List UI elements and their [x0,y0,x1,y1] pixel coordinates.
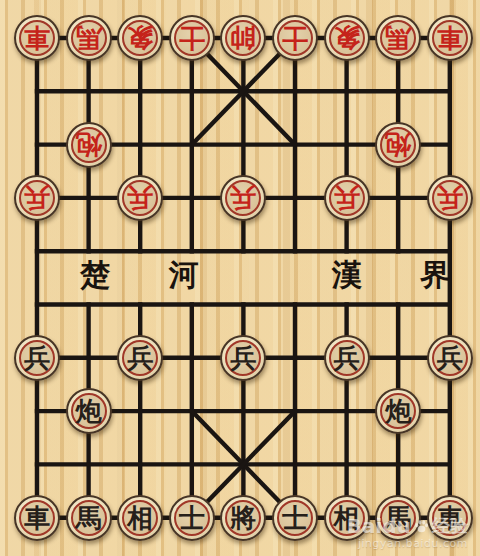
board-cell[interactable] [11,438,63,491]
piece-glyph: 帥 [222,17,264,59]
board-cell[interactable] [424,384,476,437]
board-cell[interactable] [114,384,166,437]
piece-red-cannon[interactable]: 炮 [66,122,112,168]
piece-black-soldier[interactable]: 兵 [324,335,370,381]
piece-glyph: 士 [171,17,213,59]
board-cell[interactable] [166,65,218,118]
board-cell[interactable]: 車 [424,11,476,64]
board-cell[interactable]: 炮 [372,384,424,437]
piece-glyph: 車 [429,17,471,59]
board-cell[interactable] [63,225,115,278]
board-cell[interactable] [321,384,373,437]
board-cell[interactable] [218,278,270,331]
piece-black-soldier[interactable]: 兵 [220,335,266,381]
piece-glyph: 炮 [68,390,110,432]
piece-glyph: 馬 [68,497,110,539]
board-cell[interactable] [166,118,218,171]
piece-glyph: 相 [119,497,161,539]
board-cell[interactable]: 將 [218,491,270,544]
board-cell[interactable] [424,278,476,331]
board-cell[interactable] [166,384,218,437]
piece-black-horse[interactable]: 馬 [66,495,112,541]
board-cell[interactable] [63,65,115,118]
board-cell[interactable] [372,225,424,278]
piece-glyph: 馬 [68,17,110,59]
board-cell[interactable]: 炮 [63,384,115,437]
board-cell[interactable]: 車 [11,491,63,544]
piece-black-cannon[interactable]: 炮 [66,388,112,434]
piece-glyph: 兵 [222,177,264,219]
piece-glyph: 兵 [326,177,368,219]
piece-red-general[interactable]: 帥 [220,15,266,61]
board-cell[interactable] [114,65,166,118]
board-cell[interactable] [63,171,115,224]
board-cell[interactable]: 士 [269,491,321,544]
board-cell[interactable] [218,384,270,437]
piece-black-advisor[interactable]: 士 [272,495,318,541]
board-cell[interactable] [372,171,424,224]
board-cell[interactable] [114,225,166,278]
board-cell[interactable]: 帥 [218,11,270,64]
board-cell[interactable] [166,331,218,384]
watermark-brand: Baidu [347,515,411,537]
board-cell[interactable] [63,438,115,491]
piece-red-elephant[interactable]: 象 [117,15,163,61]
piece-black-general[interactable]: 將 [220,495,266,541]
piece-red-horse[interactable]: 馬 [66,15,112,61]
piece-glyph: 炮 [377,390,419,432]
board-cell[interactable]: 馬 [372,11,424,64]
board-cell[interactable] [218,65,270,118]
board-cell[interactable] [11,384,63,437]
board-cell[interactable] [424,118,476,171]
board-cell[interactable] [269,118,321,171]
piece-black-soldier[interactable]: 兵 [117,335,163,381]
board-cell[interactable] [63,331,115,384]
board-cell[interactable]: 相 [114,491,166,544]
board-cell[interactable]: 兵 [11,171,63,224]
board-cell[interactable] [321,65,373,118]
board-cell[interactable] [114,438,166,491]
piece-red-advisor[interactable]: 士 [169,15,215,61]
board-cell[interactable] [372,278,424,331]
board-cell[interactable] [218,118,270,171]
board-cell[interactable] [63,278,115,331]
board-cell[interactable] [218,225,270,278]
board-cell[interactable]: 兵 [424,331,476,384]
board-cell[interactable] [166,225,218,278]
board-cell[interactable] [424,225,476,278]
board-cell[interactable] [269,438,321,491]
board-cell[interactable] [166,171,218,224]
board-cell[interactable] [372,438,424,491]
board-cell[interactable]: 士 [166,491,218,544]
board-cell[interactable] [321,438,373,491]
board-cell[interactable]: 象 [114,11,166,64]
piece-red-horse[interactable]: 馬 [375,15,421,61]
piece-glyph: 兵 [119,177,161,219]
board-cell[interactable] [424,65,476,118]
piece-glyph: 炮 [68,124,110,166]
piece-glyph: 馬 [377,17,419,59]
board-cell[interactable] [11,118,63,171]
board-cell[interactable] [269,278,321,331]
piece-glyph: 兵 [326,337,368,379]
watermark-url: jingyan.baidu.com [347,537,468,550]
piece-red-soldier[interactable]: 兵 [324,175,370,221]
board-cell[interactable] [11,225,63,278]
piece-black-elephant[interactable]: 相 [117,495,163,541]
board-cell[interactable]: 馬 [63,11,115,64]
board-cell[interactable] [11,65,63,118]
board-cell[interactable] [321,225,373,278]
board-cell[interactable] [269,331,321,384]
board-cell[interactable] [372,65,424,118]
board-cell[interactable] [269,225,321,278]
board-cell[interactable] [372,331,424,384]
board-cell[interactable]: 兵 [424,171,476,224]
piece-black-chariot[interactable]: 車 [14,495,60,541]
piece-glyph: 士 [274,17,316,59]
board-cell[interactable] [166,278,218,331]
piece-glyph: 象 [326,17,368,59]
piece-glyph: 象 [119,17,161,59]
piece-glyph: 兵 [16,337,58,379]
board-cell[interactable] [321,278,373,331]
piece-glyph: 將 [222,497,264,539]
xiangqi-board-photo: 楚 河 漢 界 車馬象士帥士象馬車炮炮兵兵兵兵兵兵兵兵兵兵炮炮車馬相士將士相馬車… [0,0,480,556]
piece-red-soldier[interactable]: 兵 [117,175,163,221]
board-cell[interactable]: 兵 [321,331,373,384]
board-cell[interactable]: 炮 [372,118,424,171]
board-cell[interactable]: 兵 [11,331,63,384]
board-cell[interactable] [166,438,218,491]
board-cell[interactable]: 士 [269,11,321,64]
piece-red-soldier[interactable]: 兵 [14,175,60,221]
piece-glyph: 兵 [16,177,58,219]
piece-glyph: 兵 [429,337,471,379]
board-cell[interactable]: 兵 [218,331,270,384]
piece-glyph: 兵 [222,337,264,379]
board-cell[interactable] [218,438,270,491]
piece-glyph: 士 [274,497,316,539]
board-cell[interactable]: 象 [321,11,373,64]
piece-black-advisor[interactable]: 士 [169,495,215,541]
piece-black-soldier[interactable]: 兵 [427,335,473,381]
board-cell[interactable] [321,118,373,171]
board-cell[interactable]: 士 [166,11,218,64]
piece-black-cannon[interactable]: 炮 [375,388,421,434]
piece-black-soldier[interactable]: 兵 [14,335,60,381]
piece-red-soldier[interactable]: 兵 [427,175,473,221]
watermark-brand-cn: 经验 [432,516,468,536]
piece-red-chariot[interactable]: 車 [427,15,473,61]
baidu-paw-icon [414,519,429,534]
board-cell[interactable] [269,384,321,437]
board-cell[interactable] [114,278,166,331]
piece-glyph: 車 [16,497,58,539]
board-cell[interactable]: 馬 [63,491,115,544]
board-cell[interactable] [269,65,321,118]
board-cell[interactable] [269,171,321,224]
piece-glyph: 車 [16,17,58,59]
piece-glyph: 兵 [429,177,471,219]
board-cell[interactable]: 兵 [114,171,166,224]
board-cell[interactable] [424,438,476,491]
board-cell[interactable]: 炮 [63,118,115,171]
board-cell[interactable] [11,278,63,331]
watermark: Baidu 经验 jingyan.baidu.com [347,515,468,550]
piece-glyph: 士 [171,497,213,539]
piece-red-cannon[interactable]: 炮 [375,122,421,168]
piece-red-elephant[interactable]: 象 [324,15,370,61]
board-grid: 車馬象士帥士象馬車炮炮兵兵兵兵兵兵兵兵兵兵炮炮車馬相士將士相馬車 [11,11,475,544]
piece-red-chariot[interactable]: 車 [14,15,60,61]
piece-red-advisor[interactable]: 士 [272,15,318,61]
board-cell[interactable]: 兵 [218,171,270,224]
piece-red-soldier[interactable]: 兵 [220,175,266,221]
board-cell[interactable]: 車 [11,11,63,64]
piece-glyph: 炮 [377,124,419,166]
board-cell[interactable]: 兵 [321,171,373,224]
board-cell[interactable]: 兵 [114,331,166,384]
board-cell[interactable] [114,118,166,171]
piece-glyph: 兵 [119,337,161,379]
